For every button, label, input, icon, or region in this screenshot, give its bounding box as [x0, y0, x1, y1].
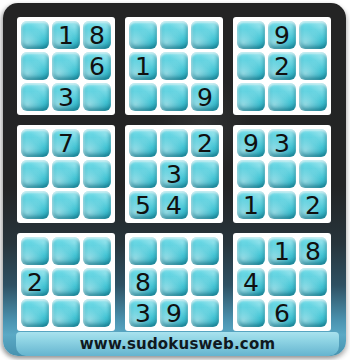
given-digit: 3 [58, 85, 74, 110]
cell-r6c8[interactable] [268, 191, 296, 219]
cell-r9c8[interactable]: 6 [268, 299, 296, 327]
cell-r8c2[interactable] [52, 268, 80, 296]
cell-r6c4[interactable]: 5 [129, 191, 157, 219]
given-digit: 3 [135, 301, 151, 326]
cell-r5c1[interactable] [21, 160, 49, 188]
cell-r8c4[interactable]: 8 [129, 268, 157, 296]
cell-r2c8[interactable]: 2 [268, 52, 296, 80]
cell-r4c6[interactable]: 2 [191, 129, 219, 157]
cell-r3c6[interactable]: 9 [191, 83, 219, 111]
cell-r9c9[interactable] [299, 299, 327, 327]
cell-r4c1[interactable] [21, 129, 49, 157]
cell-r3c5[interactable] [160, 83, 188, 111]
cell-r7c4[interactable] [129, 237, 157, 265]
cell-r9c3[interactable] [83, 299, 111, 327]
cell-r4c3[interactable] [83, 129, 111, 157]
given-digit: 1 [135, 54, 151, 79]
cell-r6c2[interactable] [52, 191, 80, 219]
cell-r5c7[interactable] [237, 160, 265, 188]
given-digit: 6 [89, 54, 105, 79]
given-digit: 9 [197, 85, 213, 110]
cell-r3c2[interactable]: 3 [52, 83, 80, 111]
cell-r8c5[interactable] [160, 268, 188, 296]
box-7: 2 [17, 233, 115, 331]
cell-r7c3[interactable] [83, 237, 111, 265]
cell-r1c3[interactable]: 8 [83, 21, 111, 49]
cell-r6c3[interactable] [83, 191, 111, 219]
cell-r9c2[interactable] [52, 299, 80, 327]
given-digit: 9 [166, 301, 182, 326]
box-5: 2354 [125, 125, 223, 223]
cell-r9c6[interactable] [191, 299, 219, 327]
given-digit: 1 [243, 193, 259, 218]
cell-r5c4[interactable] [129, 160, 157, 188]
cell-r5c3[interactable] [83, 160, 111, 188]
cell-r2c9[interactable] [299, 52, 327, 80]
given-digit: 6 [274, 301, 290, 326]
cell-r4c5[interactable] [160, 129, 188, 157]
cell-r1c9[interactable] [299, 21, 327, 49]
cell-r4c7[interactable]: 9 [237, 129, 265, 157]
cell-r8c7[interactable]: 4 [237, 268, 265, 296]
given-digit: 9 [274, 23, 290, 48]
box-4: 7 [17, 125, 115, 223]
sudoku-board: 1863199272354931228391846 [17, 17, 331, 331]
cell-r1c4[interactable] [129, 21, 157, 49]
given-digit: 8 [305, 239, 321, 264]
given-digit: 4 [243, 270, 259, 295]
given-digit: 2 [305, 193, 321, 218]
cell-r5c8[interactable] [268, 160, 296, 188]
cell-r8c1[interactable]: 2 [21, 268, 49, 296]
given-digit: 5 [135, 193, 151, 218]
cell-r9c4[interactable]: 3 [129, 299, 157, 327]
cell-r1c6[interactable] [191, 21, 219, 49]
given-digit: 4 [166, 193, 182, 218]
cell-r3c1[interactable] [21, 83, 49, 111]
cell-r2c4[interactable]: 1 [129, 52, 157, 80]
cell-r2c6[interactable] [191, 52, 219, 80]
cell-r6c6[interactable] [191, 191, 219, 219]
cell-r4c4[interactable] [129, 129, 157, 157]
cell-r7c2[interactable] [52, 237, 80, 265]
cell-r3c8[interactable] [268, 83, 296, 111]
cell-r2c1[interactable] [21, 52, 49, 80]
cell-r3c7[interactable] [237, 83, 265, 111]
given-digit: 3 [274, 131, 290, 156]
given-digit: 7 [58, 131, 74, 156]
box-3: 92 [233, 17, 331, 115]
cell-r4c2[interactable]: 7 [52, 129, 80, 157]
cell-r2c3[interactable]: 6 [83, 52, 111, 80]
cell-r2c7[interactable] [237, 52, 265, 80]
cell-r9c7[interactable] [237, 299, 265, 327]
cell-r4c8[interactable]: 3 [268, 129, 296, 157]
cell-r3c3[interactable] [83, 83, 111, 111]
cell-r6c7[interactable]: 1 [237, 191, 265, 219]
box-2: 19 [125, 17, 223, 115]
cell-r8c6[interactable] [191, 268, 219, 296]
cell-r8c3[interactable] [83, 268, 111, 296]
given-digit: 8 [135, 270, 151, 295]
given-digit: 2 [274, 54, 290, 79]
cell-r9c5[interactable]: 9 [160, 299, 188, 327]
cell-r6c1[interactable] [21, 191, 49, 219]
given-digit: 8 [89, 23, 105, 48]
cell-r7c1[interactable] [21, 237, 49, 265]
cell-r7c5[interactable] [160, 237, 188, 265]
sudokusweb-link[interactable]: www.sudokusweb.com [80, 335, 275, 353]
box-9: 1846 [233, 233, 331, 331]
given-digit: 1 [274, 239, 290, 264]
sudoku-puzzle-canvas: www.sudokusweb.com 186319927235493122839… [0, 0, 350, 360]
given-digit: 2 [197, 131, 213, 156]
cell-r6c9[interactable]: 2 [299, 191, 327, 219]
cell-r1c5[interactable] [160, 21, 188, 49]
cell-r9c1[interactable] [21, 299, 49, 327]
cell-r7c7[interactable] [237, 237, 265, 265]
board-frame: www.sudokusweb.com 186319927235493122839… [3, 3, 346, 356]
footer-strip: www.sudokusweb.com [16, 332, 339, 356]
given-digit: 1 [58, 23, 74, 48]
cell-r7c6[interactable] [191, 237, 219, 265]
cell-r8c8[interactable] [268, 268, 296, 296]
cell-r8c9[interactable] [299, 268, 327, 296]
cell-r4c9[interactable] [299, 129, 327, 157]
cell-r6c5[interactable]: 4 [160, 191, 188, 219]
box-1: 1863 [17, 17, 115, 115]
cell-r5c2[interactable] [52, 160, 80, 188]
cell-r1c7[interactable] [237, 21, 265, 49]
cell-r1c1[interactable] [21, 21, 49, 49]
box-8: 839 [125, 233, 223, 331]
given-digit: 2 [27, 270, 43, 295]
cell-r1c8[interactable]: 9 [268, 21, 296, 49]
box-6: 9312 [233, 125, 331, 223]
cell-r2c5[interactable] [160, 52, 188, 80]
given-digit: 9 [243, 131, 259, 156]
cell-r3c9[interactable] [299, 83, 327, 111]
cell-r3c4[interactable] [129, 83, 157, 111]
cell-r7c9[interactable]: 8 [299, 237, 327, 265]
cell-r5c5[interactable]: 3 [160, 160, 188, 188]
cell-r2c2[interactable] [52, 52, 80, 80]
cell-r5c9[interactable] [299, 160, 327, 188]
cell-r7c8[interactable]: 1 [268, 237, 296, 265]
cell-r5c6[interactable] [191, 160, 219, 188]
given-digit: 3 [166, 162, 182, 187]
cell-r1c2[interactable]: 1 [52, 21, 80, 49]
